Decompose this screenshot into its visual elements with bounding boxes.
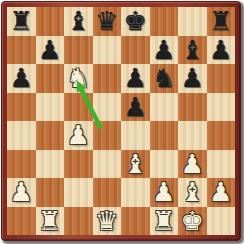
square-e5[interactable]: ♟ [121, 93, 150, 122]
white-rook[interactable]: ♜ [152, 208, 175, 234]
white-queen[interactable]: ♛ [95, 208, 118, 234]
square-h7[interactable]: ♟ [207, 36, 236, 65]
square-d4[interactable] [93, 121, 122, 150]
square-a2[interactable]: ♟ [7, 178, 36, 207]
white-bishop[interactable]: ♝ [124, 151, 147, 177]
white-knight[interactable]: ♞ [67, 65, 90, 91]
white-king[interactable]: ♚ [181, 208, 204, 234]
black-pawn[interactable]: ♟ [10, 65, 33, 91]
black-pawn[interactable]: ♟ [152, 37, 175, 63]
square-h5[interactable] [207, 93, 236, 122]
square-h4[interactable] [207, 121, 236, 150]
square-g3[interactable]: ♟ [178, 150, 207, 179]
square-e8[interactable]: ♚ [121, 7, 150, 36]
square-h3[interactable] [207, 150, 236, 179]
square-a7[interactable] [7, 36, 36, 65]
square-g8[interactable] [178, 7, 207, 36]
square-f7[interactable]: ♟ [150, 36, 179, 65]
square-h1[interactable] [207, 207, 236, 236]
white-pawn[interactable]: ♟ [152, 179, 175, 205]
board-squares: ♜♝♛♚♜♟♟♝♟♟♞♟♞♟♟♟♝♟♟♟♝♟♜♛♜♚ [7, 7, 235, 235]
square-g5[interactable] [178, 93, 207, 122]
square-c2[interactable] [64, 178, 93, 207]
square-c3[interactable] [64, 150, 93, 179]
square-e1[interactable] [121, 207, 150, 236]
black-pawn[interactable]: ♟ [38, 37, 61, 63]
black-rook[interactable]: ♜ [209, 8, 232, 34]
square-a5[interactable] [7, 93, 36, 122]
square-b8[interactable] [36, 7, 65, 36]
square-f2[interactable]: ♟ [150, 178, 179, 207]
square-h6[interactable] [207, 64, 236, 93]
white-pawn[interactable]: ♟ [67, 122, 90, 148]
square-a8[interactable]: ♜ [7, 7, 36, 36]
square-b6[interactable] [36, 64, 65, 93]
square-d8[interactable]: ♛ [93, 7, 122, 36]
square-a1[interactable] [7, 207, 36, 236]
square-e6[interactable]: ♟ [121, 64, 150, 93]
square-f6[interactable]: ♞ [150, 64, 179, 93]
square-b2[interactable] [36, 178, 65, 207]
white-pawn[interactable]: ♟ [10, 179, 33, 205]
square-e3[interactable]: ♝ [121, 150, 150, 179]
square-c1[interactable] [64, 207, 93, 236]
square-d3[interactable] [93, 150, 122, 179]
square-c4[interactable]: ♟ [64, 121, 93, 150]
square-d6[interactable] [93, 64, 122, 93]
square-e2[interactable] [121, 178, 150, 207]
square-f4[interactable] [150, 121, 179, 150]
white-bishop[interactable]: ♝ [181, 179, 204, 205]
square-g6[interactable]: ♟ [178, 64, 207, 93]
black-bishop[interactable]: ♝ [67, 8, 90, 34]
square-c5[interactable] [64, 93, 93, 122]
black-pawn[interactable]: ♟ [124, 65, 147, 91]
square-b1[interactable]: ♜ [36, 207, 65, 236]
black-pawn[interactable]: ♟ [181, 65, 204, 91]
square-g7[interactable]: ♝ [178, 36, 207, 65]
square-f5[interactable] [150, 93, 179, 122]
black-king[interactable]: ♚ [124, 8, 147, 34]
square-e7[interactable] [121, 36, 150, 65]
white-rook[interactable]: ♜ [38, 208, 61, 234]
square-d1[interactable]: ♛ [93, 207, 122, 236]
black-pawn[interactable]: ♟ [124, 94, 147, 120]
square-d2[interactable] [93, 178, 122, 207]
square-g1[interactable]: ♚ [178, 207, 207, 236]
black-bishop[interactable]: ♝ [181, 37, 204, 63]
square-b5[interactable] [36, 93, 65, 122]
square-f3[interactable] [150, 150, 179, 179]
white-pawn[interactable]: ♟ [181, 151, 204, 177]
white-pawn[interactable]: ♟ [209, 179, 232, 205]
square-b4[interactable] [36, 121, 65, 150]
chess-screenshot: ♜♝♛♚♜♟♟♝♟♟♞♟♞♟♟♟♝♟♟♟♝♟♜♛♜♚ [0, 0, 244, 244]
square-f1[interactable]: ♜ [150, 207, 179, 236]
square-f8[interactable] [150, 7, 179, 36]
square-a6[interactable]: ♟ [7, 64, 36, 93]
black-pawn[interactable]: ♟ [209, 37, 232, 63]
square-g4[interactable] [178, 121, 207, 150]
square-d7[interactable] [93, 36, 122, 65]
square-c6[interactable]: ♞ [64, 64, 93, 93]
square-g2[interactable]: ♝ [178, 178, 207, 207]
square-h2[interactable]: ♟ [207, 178, 236, 207]
square-d5[interactable] [93, 93, 122, 122]
square-c7[interactable] [64, 36, 93, 65]
square-a3[interactable] [7, 150, 36, 179]
square-c8[interactable]: ♝ [64, 7, 93, 36]
black-queen[interactable]: ♛ [95, 8, 118, 34]
square-a4[interactable] [7, 121, 36, 150]
square-e4[interactable] [121, 121, 150, 150]
square-b3[interactable] [36, 150, 65, 179]
square-b7[interactable]: ♟ [36, 36, 65, 65]
black-rook[interactable]: ♜ [10, 8, 33, 34]
square-h8[interactable]: ♜ [207, 7, 236, 36]
black-knight[interactable]: ♞ [152, 65, 175, 91]
board-frame: ♜♝♛♚♜♟♟♝♟♟♞♟♞♟♟♟♝♟♟♟♝♟♜♛♜♚ [1, 1, 241, 241]
